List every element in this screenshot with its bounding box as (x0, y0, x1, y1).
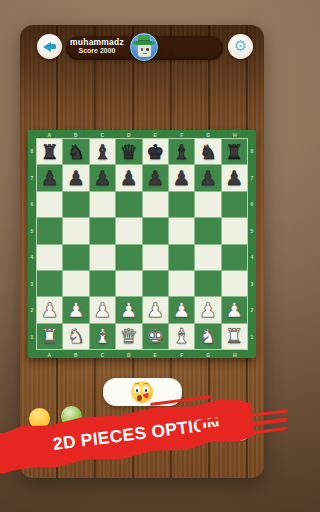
square-a7[interactable]: ♟ (37, 165, 62, 190)
square-g8[interactable]: ♞ (195, 139, 220, 164)
square-f3[interactable] (169, 271, 194, 296)
file-labels-top: ABCDEFGH (36, 131, 248, 139)
coord-label: 5 (28, 218, 36, 245)
square-c3[interactable] (90, 271, 115, 296)
square-a4[interactable] (37, 245, 62, 270)
black-pawn: ♟ (146, 168, 164, 188)
coord-label: G (195, 351, 222, 359)
square-f1[interactable]: ♝ (169, 324, 194, 349)
black-pawn: ♟ (173, 168, 191, 188)
white-pawn: ♟ (173, 299, 191, 319)
square-e6[interactable] (143, 192, 168, 217)
square-h5[interactable] (222, 218, 247, 243)
back-button[interactable] (37, 34, 62, 59)
square-e5[interactable] (143, 218, 168, 243)
square-b3[interactable] (63, 271, 88, 296)
coord-label: E (142, 131, 169, 139)
square-d6[interactable] (116, 192, 141, 217)
black-pawn: ♟ (199, 168, 217, 188)
square-b2[interactable]: ♟ (63, 297, 88, 322)
square-g4[interactable] (195, 245, 220, 270)
square-e8[interactable]: ♚ (143, 139, 168, 164)
white-pawn: ♟ (93, 299, 111, 319)
back-arrow-icon (43, 42, 51, 52)
coord-label: 4 (28, 244, 36, 271)
square-a8[interactable]: ♜ (37, 139, 62, 164)
square-a6[interactable] (37, 192, 62, 217)
square-g5[interactable] (195, 218, 220, 243)
square-d2[interactable]: ♟ (116, 297, 141, 322)
black-bishop: ♝ (93, 141, 111, 161)
gear-icon: ⚙ (228, 34, 253, 59)
coord-label: H (222, 351, 249, 359)
square-f8[interactable]: ♝ (169, 139, 194, 164)
black-queen: ♛ (120, 141, 138, 161)
coord-label: 7 (248, 165, 256, 192)
coord-label: 2 (248, 297, 256, 324)
white-pawn: ♟ (146, 299, 164, 319)
square-b7[interactable]: ♟ (63, 165, 88, 190)
coord-label: C (89, 131, 116, 139)
square-b4[interactable] (63, 245, 88, 270)
white-king: ♚ (146, 326, 164, 346)
white-pawn: ♟ (225, 299, 243, 319)
square-d1[interactable]: ♛ (116, 324, 141, 349)
white-pawn: ♟ (199, 299, 217, 319)
settings-button[interactable]: ⚙ (228, 34, 253, 59)
coord-label: 2 (28, 297, 36, 324)
black-rook: ♜ (41, 141, 59, 161)
coord-label: 1 (28, 324, 36, 351)
coord-label: G (195, 131, 222, 139)
player-name: muhammadz (64, 37, 130, 47)
coord-label: 6 (28, 191, 36, 218)
black-knight: ♞ (199, 141, 217, 161)
file-labels-bottom: ABCDEFGH (36, 351, 248, 359)
square-f7[interactable]: ♟ (169, 165, 194, 190)
black-knight: ♞ (67, 141, 85, 161)
black-rook: ♜ (225, 141, 243, 161)
white-knight: ♞ (199, 326, 217, 346)
square-c5[interactable] (90, 218, 115, 243)
coord-label: C (89, 351, 116, 359)
square-e1[interactable]: ♚ (143, 324, 168, 349)
white-pawn: ♟ (67, 299, 85, 319)
black-pawn: ♟ (225, 168, 243, 188)
square-c7[interactable]: ♟ (90, 165, 115, 190)
black-pawn: ♟ (67, 168, 85, 188)
black-pawn: ♟ (120, 168, 138, 188)
coord-label: 3 (248, 271, 256, 298)
kiss-emoji-icon: ♥ (131, 381, 153, 403)
black-pawn: ♟ (93, 168, 111, 188)
chess-board: ♜♞♝♛♚♝♞♜♟♟♟♟♟♟♟♟♟♟♟♟♟♟♟♟♜♞♝♛♚♝♞♜ (28, 130, 256, 358)
board-squares: ♜♞♝♛♚♝♞♜♟♟♟♟♟♟♟♟♟♟♟♟♟♟♟♟♜♞♝♛♚♝♞♜ (36, 138, 248, 350)
coord-label: A (36, 131, 63, 139)
square-h1[interactable]: ♜ (222, 324, 247, 349)
square-f4[interactable] (169, 245, 194, 270)
coord-label: E (142, 351, 169, 359)
square-b6[interactable] (63, 192, 88, 217)
coord-label: D (116, 131, 143, 139)
rank-labels-left: 87654321 (28, 138, 36, 350)
square-a2[interactable]: ♟ (37, 297, 62, 322)
white-pawn: ♟ (120, 299, 138, 319)
white-rook: ♜ (225, 326, 243, 346)
square-h6[interactable] (222, 192, 247, 217)
heart-icon: ♥ (142, 392, 151, 402)
square-c6[interactable] (90, 192, 115, 217)
coord-label: 3 (28, 271, 36, 298)
avatar-face (138, 44, 151, 57)
square-e3[interactable] (143, 271, 168, 296)
coord-label: 4 (248, 244, 256, 271)
white-rook: ♜ (41, 326, 59, 346)
square-g3[interactable] (195, 271, 220, 296)
square-g1[interactable]: ♞ (195, 324, 220, 349)
square-c1[interactable]: ♝ (90, 324, 115, 349)
coord-label: 7 (28, 165, 36, 192)
square-g6[interactable] (195, 192, 220, 217)
square-h8[interactable]: ♜ (222, 139, 247, 164)
coord-label: 8 (248, 138, 256, 165)
coord-label: F (169, 351, 196, 359)
white-pawn: ♟ (41, 299, 59, 319)
square-e2[interactable]: ♟ (143, 297, 168, 322)
square-h3[interactable] (222, 271, 247, 296)
coord-label: F (169, 131, 196, 139)
rank-labels-right: 87654321 (248, 138, 256, 350)
square-e7[interactable]: ♟ (143, 165, 168, 190)
coord-label: 5 (248, 218, 256, 245)
square-a1[interactable]: ♜ (37, 324, 62, 349)
coord-label: A (36, 351, 63, 359)
coord-label: 6 (248, 191, 256, 218)
square-b5[interactable] (63, 218, 88, 243)
square-c8[interactable]: ♝ (90, 139, 115, 164)
square-f2[interactable]: ♟ (169, 297, 194, 322)
white-bishop: ♝ (93, 326, 111, 346)
square-d3[interactable] (116, 271, 141, 296)
black-king: ♚ (146, 141, 164, 161)
square-f6[interactable] (169, 192, 194, 217)
square-d4[interactable] (116, 245, 141, 270)
square-b1[interactable]: ♞ (63, 324, 88, 349)
black-pawn: ♟ (41, 168, 59, 188)
coord-label: D (116, 351, 143, 359)
square-g2[interactable]: ♟ (195, 297, 220, 322)
square-h4[interactable] (222, 245, 247, 270)
square-f5[interactable] (169, 218, 194, 243)
white-queen: ♛ (120, 326, 138, 346)
square-b8[interactable]: ♞ (63, 139, 88, 164)
square-d8[interactable]: ♛ (116, 139, 141, 164)
coord-label: B (63, 131, 90, 139)
square-a3[interactable] (37, 271, 62, 296)
square-h2[interactable]: ♟ (222, 297, 247, 322)
white-bishop: ♝ (173, 326, 191, 346)
square-g7[interactable]: ♟ (195, 165, 220, 190)
coord-label: B (63, 351, 90, 359)
square-e4[interactable] (143, 245, 168, 270)
black-bishop: ♝ (173, 141, 191, 161)
coord-label: H (222, 131, 249, 139)
square-a5[interactable] (37, 218, 62, 243)
square-d5[interactable] (116, 218, 141, 243)
player-avatar[interactable] (130, 33, 158, 61)
square-c2[interactable]: ♟ (90, 297, 115, 322)
square-h7[interactable]: ♟ (222, 165, 247, 190)
square-d7[interactable]: ♟ (116, 165, 141, 190)
coord-label: 1 (248, 324, 256, 351)
player-score: Score 2000 (64, 47, 130, 54)
white-knight: ♞ (67, 326, 85, 346)
square-c4[interactable] (90, 245, 115, 270)
coord-label: 8 (28, 138, 36, 165)
